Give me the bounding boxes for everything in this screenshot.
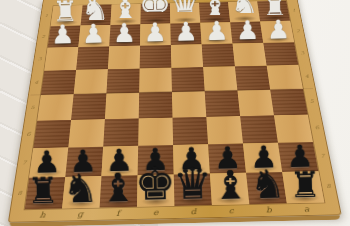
piece-shadow — [69, 167, 98, 176]
square-g8: ♞ — [62, 176, 101, 208]
square-f4 — [106, 68, 139, 93]
square-e8: ♚ — [137, 174, 174, 206]
file-label-g: g — [61, 208, 100, 220]
piece-shadow — [178, 165, 206, 174]
square-f1: ♝ — [110, 4, 140, 25]
square-h3 — [44, 47, 78, 71]
piece-shadow — [33, 168, 62, 177]
square-g3 — [76, 46, 109, 70]
board-wrapper: ♜♞♝♚♛♝♞♜♟♟♟♟♟♟♟♟♟♟♟♟♟♟♟♟♜♞♝♚♛♝♞♜ hgfedcb… — [0, 0, 341, 223]
file-label-h: h — [23, 209, 62, 221]
piece-shadow — [252, 194, 282, 203]
square-f3 — [108, 46, 140, 69]
square-d6 — [172, 117, 208, 145]
file-label-e: e — [137, 207, 175, 219]
piece-shadow — [235, 37, 260, 43]
square-g7: ♟ — [65, 147, 103, 177]
square-g4 — [74, 69, 108, 94]
square-f8: ♝ — [100, 175, 138, 207]
square-e7: ♟ — [138, 145, 174, 175]
square-g5 — [71, 93, 106, 120]
square-c6 — [206, 116, 243, 144]
square-d4 — [171, 67, 204, 92]
piece-shadow — [249, 163, 278, 172]
square-c1: ♝ — [199, 2, 230, 23]
piece-shadow — [141, 197, 170, 206]
square-h5 — [37, 94, 73, 121]
square-e2: ♟ — [140, 24, 171, 46]
square-a6 — [274, 115, 313, 143]
square-d8: ♛ — [174, 174, 212, 206]
square-a1: ♜ — [257, 1, 290, 22]
square-f5 — [105, 93, 139, 120]
square-g1: ♞ — [81, 5, 112, 26]
piece-shadow — [290, 193, 320, 202]
square-c7: ♟ — [208, 143, 246, 173]
square-d7: ♟ — [173, 144, 210, 174]
square-d5 — [172, 91, 206, 117]
square-b5 — [237, 90, 274, 116]
square-c2: ♟ — [200, 22, 232, 44]
square-c4 — [203, 66, 237, 91]
square-b7: ♟ — [243, 143, 282, 173]
piece-shadow — [215, 195, 245, 204]
square-b1: ♞ — [228, 1, 260, 22]
board-grid: ♜♞♝♚♛♝♞♜♟♟♟♟♟♟♟♟♟♟♟♟♟♟♟♟♜♞♝♚♛♝♞♜ — [25, 1, 325, 210]
square-a7: ♟ — [278, 142, 318, 172]
square-f2: ♟ — [109, 24, 140, 46]
square-h8: ♜ — [25, 177, 66, 209]
piece-shadow — [285, 163, 314, 172]
file-label-c: c — [212, 205, 251, 217]
piece-shadow — [66, 198, 96, 207]
piece-shadow — [104, 197, 133, 206]
square-h1: ♜ — [51, 5, 83, 26]
square-b2: ♟ — [230, 21, 263, 43]
piece-shadow — [142, 166, 170, 175]
piece-shadow — [29, 199, 59, 208]
square-a4 — [267, 65, 303, 90]
square-e4 — [139, 68, 172, 93]
square-b6 — [240, 115, 278, 143]
piece-shadow — [105, 167, 133, 176]
square-e1: ♚ — [140, 3, 170, 24]
square-a8: ♜ — [282, 171, 324, 203]
file-label-b: b — [249, 204, 288, 216]
piece-shadow — [205, 37, 229, 43]
square-h6 — [33, 120, 71, 148]
square-b4 — [235, 66, 270, 91]
square-f6 — [103, 118, 138, 146]
square-h7: ♟ — [29, 147, 68, 177]
photo-scene: ♜♞♝♚♛♝♞♜♟♟♟♟♟♟♟♟♟♟♟♟♟♟♟♟♜♞♝♚♛♝♞♜ hgfedcb… — [0, 0, 350, 226]
piece-shadow — [51, 41, 76, 47]
square-b8: ♞ — [246, 172, 287, 204]
square-c8: ♝ — [210, 173, 249, 205]
file-label-f: f — [99, 208, 137, 220]
piece-shadow — [174, 38, 198, 44]
piece-shadow — [82, 40, 106, 46]
file-label-a: a — [287, 203, 327, 215]
square-c3 — [202, 44, 235, 67]
square-a2: ♟ — [260, 21, 294, 43]
square-d2: ♟ — [170, 23, 201, 45]
chess-board: ♜♞♝♚♛♝♞♜♟♟♟♟♟♟♟♟♟♟♟♟♟♟♟♟♜♞♝♚♛♝♞♜ hgfedcb… — [8, 0, 342, 223]
file-label-d: d — [175, 206, 213, 218]
piece-shadow — [113, 39, 137, 45]
piece-shadow — [213, 164, 242, 173]
square-g6 — [68, 119, 105, 147]
square-g2: ♟ — [78, 25, 110, 47]
square-d1: ♛ — [170, 3, 200, 24]
square-f7: ♟ — [101, 146, 138, 176]
square-d3 — [171, 44, 203, 67]
square-h4 — [41, 70, 76, 95]
square-e5 — [139, 92, 173, 119]
square-e6 — [138, 118, 173, 146]
square-b3 — [232, 43, 266, 66]
piece-shadow — [178, 196, 207, 205]
piece-shadow — [143, 39, 167, 45]
square-e3 — [140, 45, 172, 68]
square-a5 — [270, 89, 308, 115]
square-a3 — [263, 42, 298, 65]
square-h2: ♟ — [48, 26, 81, 48]
square-c5 — [205, 90, 240, 116]
piece-shadow — [266, 36, 291, 42]
